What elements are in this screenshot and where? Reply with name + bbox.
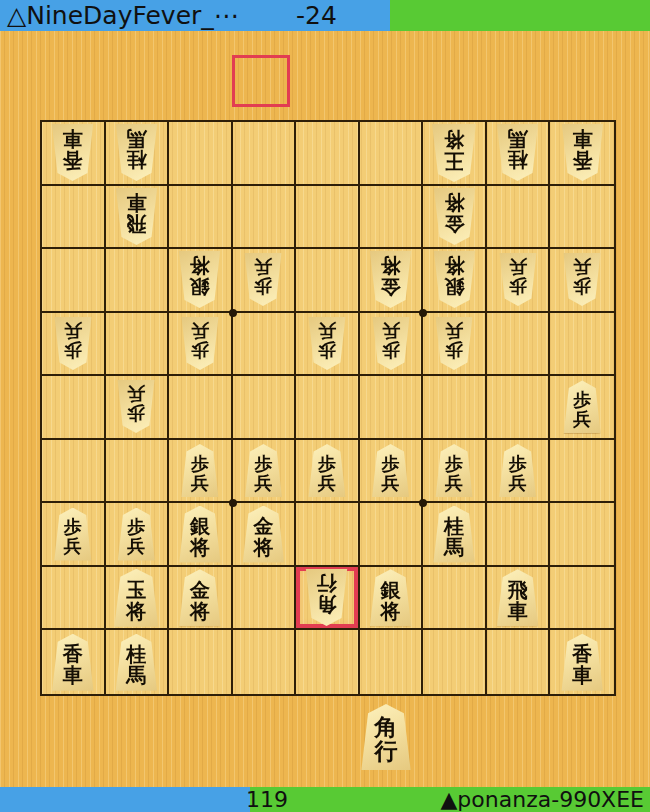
piece-label: 歩兵	[382, 449, 400, 492]
piece-pawn-sente[interactable]: 歩兵	[242, 444, 284, 497]
piece-knight-gote[interactable]: 桂馬	[494, 124, 541, 181]
piece-king-sente[interactable]: 玉将	[111, 569, 161, 627]
board-cell[interactable]: 歩兵	[423, 313, 487, 377]
gote-player-name: △NineDayFever_⋯	[7, 0, 239, 31]
piece-label: 金将	[190, 574, 210, 622]
board-cell[interactable]: 玉将	[106, 567, 170, 631]
board-cell[interactable]	[233, 313, 297, 377]
board-cell[interactable]	[487, 313, 551, 377]
gote-evaluation: -24	[296, 0, 337, 31]
piece-label: 金将	[253, 510, 273, 558]
piece-label: 歩兵	[509, 449, 527, 492]
piece-bishop-gote[interactable]: 角行	[303, 569, 350, 626]
board-cell[interactable]	[487, 630, 551, 694]
board-cell[interactable]: 歩兵	[360, 440, 424, 504]
board-cell[interactable]	[360, 630, 424, 694]
piece-label: 桂馬	[444, 510, 464, 558]
board-cell[interactable]	[550, 313, 614, 377]
board-cell[interactable]: 金将	[423, 186, 487, 250]
piece-label: 角行	[317, 574, 337, 622]
star-point	[419, 499, 427, 507]
piece-pawn-gote[interactable]: 歩兵	[306, 317, 348, 370]
piece-label: 銀将	[381, 574, 401, 622]
board-cell[interactable]	[233, 376, 297, 440]
piece-silver-sente[interactable]: 銀将	[176, 506, 223, 563]
board-cell[interactable]	[296, 630, 360, 694]
piece-label: 歩兵	[127, 512, 145, 555]
board-cell[interactable]: 桂馬	[487, 122, 551, 186]
piece-king-gote[interactable]: 王将	[429, 124, 479, 182]
board-cell[interactable]	[296, 122, 360, 186]
piece-pawn-gote[interactable]: 歩兵	[242, 253, 284, 306]
board-cell[interactable]	[550, 503, 614, 567]
piece-lance-gote[interactable]: 香車	[49, 124, 96, 181]
piece-pawn-sente[interactable]: 歩兵	[52, 508, 94, 561]
board-cell[interactable]	[106, 440, 170, 504]
piece-label: 桂馬	[126, 129, 146, 177]
board-cell[interactable]	[296, 249, 360, 313]
piece-label: 香車	[63, 129, 83, 177]
piece-label: 歩兵	[64, 512, 82, 555]
piece-label: 銀将	[190, 510, 210, 558]
piece-label: 歩兵	[191, 449, 209, 492]
board-cell[interactable]	[42, 440, 106, 504]
board-grid: 香車桂馬王将桂馬香車飛車金将銀将歩兵金将銀将歩兵歩兵歩兵歩兵歩兵歩兵歩兵歩兵歩兵…	[40, 120, 616, 696]
board-cell[interactable]	[296, 503, 360, 567]
piece-rook-sente[interactable]: 飛車	[494, 569, 541, 626]
piece-label: 飛車	[508, 574, 528, 622]
piece-knight-sente[interactable]: 桂馬	[431, 506, 478, 563]
board-cell[interactable]	[296, 186, 360, 250]
piece-pawn-gote[interactable]: 歩兵	[52, 317, 94, 370]
piece-label: 歩兵	[445, 449, 463, 492]
board-cell[interactable]	[233, 567, 297, 631]
piece-label: 歩兵	[127, 385, 145, 428]
piece-bishop-sente-in-hand[interactable]: 角行	[358, 704, 414, 770]
board-cell[interactable]	[233, 122, 297, 186]
board-cell[interactable]: 歩兵	[233, 440, 297, 504]
board-cell[interactable]: 歩兵	[233, 249, 297, 313]
board-cell[interactable]: 角行	[296, 567, 360, 631]
board-cell[interactable]: 香車	[550, 630, 614, 694]
board-cell[interactable]: 桂馬	[106, 630, 170, 694]
star-point	[419, 309, 427, 317]
board-cell[interactable]: 金将	[233, 503, 297, 567]
board-cell[interactable]	[106, 313, 170, 377]
piece-rook-gote[interactable]: 飛車	[113, 188, 160, 245]
piece-label: 香車	[572, 129, 592, 177]
piece-pawn-gote[interactable]: 歩兵	[433, 317, 475, 370]
piece-label: 金将	[444, 193, 464, 241]
piece-pawn-sente[interactable]: 歩兵	[370, 444, 412, 497]
piece-label: 角行	[375, 710, 398, 764]
shogi-app: △NineDayFever_⋯ -24 香車桂馬王将桂馬香車飛車金将銀将歩兵金将…	[0, 0, 650, 812]
piece-pawn-sente[interactable]: 歩兵	[306, 444, 348, 497]
piece-label: 銀将	[190, 256, 210, 304]
board-cell[interactable]	[360, 503, 424, 567]
board-cell[interactable]: 歩兵	[169, 313, 233, 377]
piece-gold-sente[interactable]: 金将	[176, 569, 223, 626]
piece-label: 歩兵	[382, 322, 400, 365]
board-cell[interactable]: 金将	[360, 249, 424, 313]
piece-lance-gote[interactable]: 香車	[559, 124, 606, 181]
board-cell[interactable]	[42, 249, 106, 313]
board-cell[interactable]	[360, 122, 424, 186]
board-cell[interactable]: 歩兵	[550, 249, 614, 313]
board-cell[interactable]: 桂馬	[106, 122, 170, 186]
piece-pawn-gote[interactable]: 歩兵	[497, 253, 539, 306]
piece-silver-gote[interactable]: 銀将	[431, 251, 478, 308]
piece-label: 桂馬	[508, 129, 528, 177]
board-cell[interactable]	[296, 376, 360, 440]
piece-pawn-sente[interactable]: 歩兵	[115, 508, 157, 561]
board-cell[interactable]	[42, 376, 106, 440]
board-cell[interactable]	[423, 567, 487, 631]
board-cell[interactable]	[169, 186, 233, 250]
piece-label: 銀将	[444, 256, 464, 304]
board-cell[interactable]	[487, 376, 551, 440]
board-cell[interactable]: 香車	[550, 122, 614, 186]
board-cell[interactable]: 銀将	[423, 249, 487, 313]
piece-label: 歩兵	[64, 322, 82, 365]
piece-pawn-sente[interactable]: 歩兵	[179, 444, 221, 497]
board-cell[interactable]: 歩兵	[296, 313, 360, 377]
last-move-from-hand-marker	[232, 55, 290, 107]
piece-label: 香車	[63, 638, 83, 686]
piece-gold-gote[interactable]: 金将	[431, 188, 478, 245]
sente-eval-bar: 119 ▲ponanza-990XEE	[0, 787, 650, 812]
board-cell[interactable]	[169, 122, 233, 186]
board-cell[interactable]	[42, 567, 106, 631]
board-cell[interactable]: 歩兵	[42, 503, 106, 567]
board-cell[interactable]: 金将	[169, 567, 233, 631]
board-cell[interactable]	[550, 567, 614, 631]
board-cell[interactable]: 香車	[42, 122, 106, 186]
piece-label: 歩兵	[573, 385, 591, 428]
piece-label: 歩兵	[254, 449, 272, 492]
piece-label: 歩兵	[509, 258, 527, 301]
board-cell[interactable]	[169, 376, 233, 440]
board-cell[interactable]: 歩兵	[423, 440, 487, 504]
board-cell[interactable]: 飛車	[106, 186, 170, 250]
piece-label: 歩兵	[318, 449, 336, 492]
piece-label: 歩兵	[191, 322, 209, 365]
star-point	[229, 309, 237, 317]
board-cell[interactable]: 歩兵	[487, 249, 551, 313]
board-cell[interactable]	[360, 376, 424, 440]
piece-lance-sente[interactable]: 香車	[49, 634, 96, 691]
board-cell[interactable]	[487, 186, 551, 250]
piece-label: 歩兵	[445, 322, 463, 365]
board-cell[interactable]: 歩兵	[106, 376, 170, 440]
piece-pawn-gote[interactable]: 歩兵	[115, 380, 157, 433]
piece-pawn-gote[interactable]: 歩兵	[370, 317, 412, 370]
piece-gold-gote[interactable]: 金将	[367, 251, 414, 308]
piece-label: 桂馬	[126, 638, 146, 686]
piece-label: 香車	[572, 638, 592, 686]
board-cell[interactable]: 桂馬	[423, 503, 487, 567]
sente-hand-tray: 角行	[358, 704, 414, 770]
piece-label: 歩兵	[573, 258, 591, 301]
board-cell[interactable]	[423, 630, 487, 694]
board-cell[interactable]: 銀将	[360, 567, 424, 631]
piece-pawn-sente[interactable]: 歩兵	[433, 444, 475, 497]
board-cell[interactable]: 飛車	[487, 567, 551, 631]
board-cell[interactable]	[233, 630, 297, 694]
piece-label: 王将	[444, 129, 464, 177]
piece-label: 玉将	[126, 574, 146, 622]
sente-eval-bar-blue	[0, 787, 250, 812]
board-cell[interactable]: 歩兵	[487, 440, 551, 504]
piece-silver-gote[interactable]: 銀将	[176, 251, 223, 308]
board-cell[interactable]: 王将	[423, 122, 487, 186]
piece-label: 歩兵	[254, 258, 272, 301]
piece-pawn-sente[interactable]: 歩兵	[497, 444, 539, 497]
board-cell[interactable]: 銀将	[169, 503, 233, 567]
piece-pawn-sente[interactable]: 歩兵	[561, 380, 603, 433]
board-cell[interactable]: 歩兵	[42, 313, 106, 377]
board-cell[interactable]	[169, 630, 233, 694]
board-cell[interactable]	[233, 186, 297, 250]
board-cell[interactable]	[550, 440, 614, 504]
piece-lance-sente[interactable]: 香車	[559, 634, 606, 691]
piece-gold-sente[interactable]: 金将	[240, 506, 287, 563]
piece-label: 金将	[381, 256, 401, 304]
board-cell[interactable]: 香車	[42, 630, 106, 694]
board-cell[interactable]: 歩兵	[360, 313, 424, 377]
board-cell[interactable]: 歩兵	[550, 376, 614, 440]
piece-label: 歩兵	[318, 322, 336, 365]
board-cell[interactable]: 歩兵	[106, 503, 170, 567]
board-cell[interactable]	[42, 186, 106, 250]
board-cell[interactable]	[360, 186, 424, 250]
sente-player-name: ▲ponanza-990XEE	[440, 787, 644, 812]
board-cell[interactable]	[487, 503, 551, 567]
board-cell[interactable]	[423, 376, 487, 440]
piece-label: 飛車	[126, 193, 146, 241]
board-cell[interactable]: 歩兵	[296, 440, 360, 504]
board-cell[interactable]: 歩兵	[169, 440, 233, 504]
gote-eval-bar: △NineDayFever_⋯ -24	[0, 0, 650, 31]
piece-pawn-gote[interactable]: 歩兵	[179, 317, 221, 370]
board-cell[interactable]: 銀将	[169, 249, 233, 313]
board-cell[interactable]	[106, 249, 170, 313]
piece-pawn-gote[interactable]: 歩兵	[561, 253, 603, 306]
board-cell[interactable]	[550, 186, 614, 250]
piece-knight-gote[interactable]: 桂馬	[113, 124, 160, 181]
piece-silver-sente[interactable]: 銀将	[367, 569, 414, 626]
piece-knight-sente[interactable]: 桂馬	[113, 634, 160, 691]
star-point	[229, 499, 237, 507]
sente-evaluation: 119	[246, 787, 288, 812]
